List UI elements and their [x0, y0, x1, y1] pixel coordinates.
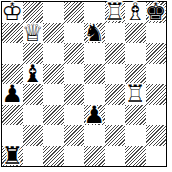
square-d3[interactable] — [64, 105, 85, 126]
square-f6[interactable] — [105, 43, 126, 64]
square-a7[interactable] — [2, 23, 23, 44]
square-c2[interactable] — [43, 125, 64, 146]
queen-glyph: ♕ — [23, 23, 44, 44]
square-a3[interactable] — [2, 105, 23, 126]
square-f3[interactable] — [105, 105, 126, 126]
chess-board: ♚♔♜♖♝♗♚♚♛♕♞♞♝♝♟♟♜♖♟♟♜♜ — [1, 1, 167, 167]
rook-glyph-halo: ♜ — [105, 2, 126, 23]
square-b6[interactable] — [23, 43, 44, 64]
square-d8[interactable] — [64, 2, 85, 23]
square-g5[interactable] — [125, 64, 146, 85]
square-g6[interactable] — [125, 43, 146, 64]
pawn-glyph-halo: ♟ — [84, 105, 105, 126]
bishop-glyph-halo: ♝ — [125, 2, 146, 23]
piece-black-bishop[interactable]: ♝♝ — [23, 64, 44, 85]
square-c5[interactable] — [43, 64, 64, 85]
king-glyph: ♚ — [146, 2, 167, 23]
square-h2[interactable] — [146, 125, 167, 146]
rook-glyph-halo: ♜ — [2, 146, 23, 167]
square-c6[interactable] — [43, 43, 64, 64]
square-a6[interactable] — [2, 43, 23, 64]
square-c8[interactable] — [43, 2, 64, 23]
square-g1[interactable] — [125, 146, 146, 167]
piece-white-rook[interactable]: ♜♖ — [125, 84, 146, 105]
square-e4[interactable] — [84, 84, 105, 105]
square-d7[interactable] — [64, 23, 85, 44]
square-a4[interactable]: ♟♟ — [2, 84, 23, 105]
pawn-glyph-halo: ♟ — [2, 84, 23, 105]
square-b2[interactable] — [23, 125, 44, 146]
piece-white-bishop[interactable]: ♝♗ — [125, 2, 146, 23]
square-b3[interactable] — [23, 105, 44, 126]
square-d6[interactable] — [64, 43, 85, 64]
king-glyph: ♔ — [2, 2, 23, 23]
square-g7[interactable] — [125, 23, 146, 44]
square-h5[interactable] — [146, 64, 167, 85]
square-a5[interactable] — [2, 64, 23, 85]
square-f7[interactable] — [105, 23, 126, 44]
bishop-glyph: ♝ — [23, 64, 44, 85]
square-h3[interactable] — [146, 105, 167, 126]
square-f1[interactable] — [105, 146, 126, 167]
square-a8[interactable]: ♚♔ — [2, 2, 23, 23]
piece-black-pawn[interactable]: ♟♟ — [2, 84, 23, 105]
square-h4[interactable] — [146, 84, 167, 105]
piece-black-pawn[interactable]: ♟♟ — [84, 105, 105, 126]
square-e6[interactable] — [84, 43, 105, 64]
piece-white-rook[interactable]: ♜♖ — [105, 2, 126, 23]
king-glyph-halo: ♚ — [2, 2, 23, 23]
rook-glyph: ♖ — [105, 2, 126, 23]
square-g3[interactable] — [125, 105, 146, 126]
square-d5[interactable] — [64, 64, 85, 85]
square-a1[interactable]: ♜♜ — [2, 146, 23, 167]
square-c1[interactable] — [43, 146, 64, 167]
rook-glyph: ♜ — [2, 146, 23, 167]
square-c3[interactable] — [43, 105, 64, 126]
queen-glyph-halo: ♛ — [23, 23, 44, 44]
rook-glyph-halo: ♜ — [125, 84, 146, 105]
rook-glyph: ♖ — [125, 84, 146, 105]
square-e3[interactable]: ♟♟ — [84, 105, 105, 126]
knight-glyph-halo: ♞ — [84, 23, 105, 44]
square-a2[interactable] — [2, 125, 23, 146]
square-e2[interactable] — [84, 125, 105, 146]
square-d1[interactable] — [64, 146, 85, 167]
square-c7[interactable] — [43, 23, 64, 44]
square-e7[interactable]: ♞♞ — [84, 23, 105, 44]
knight-glyph: ♞ — [84, 23, 105, 44]
square-d2[interactable] — [64, 125, 85, 146]
pawn-glyph: ♟ — [2, 84, 23, 105]
square-h6[interactable] — [146, 43, 167, 64]
pawn-glyph: ♟ — [84, 105, 105, 126]
piece-white-king[interactable]: ♚♔ — [2, 2, 23, 23]
square-f8[interactable]: ♜♖ — [105, 2, 126, 23]
square-h7[interactable] — [146, 23, 167, 44]
square-e1[interactable] — [84, 146, 105, 167]
square-g2[interactable] — [125, 125, 146, 146]
king-glyph-halo: ♚ — [146, 2, 167, 23]
square-h1[interactable] — [146, 146, 167, 167]
square-b8[interactable] — [23, 2, 44, 23]
square-b4[interactable] — [23, 84, 44, 105]
piece-black-knight[interactable]: ♞♞ — [84, 23, 105, 44]
square-f2[interactable] — [105, 125, 126, 146]
square-d4[interactable] — [64, 84, 85, 105]
piece-black-rook[interactable]: ♜♜ — [2, 146, 23, 167]
square-c4[interactable] — [43, 84, 64, 105]
square-f5[interactable] — [105, 64, 126, 85]
square-b7[interactable]: ♛♕ — [23, 23, 44, 44]
square-e5[interactable] — [84, 64, 105, 85]
square-b5[interactable]: ♝♝ — [23, 64, 44, 85]
bishop-glyph-halo: ♝ — [23, 64, 44, 85]
square-b1[interactable] — [23, 146, 44, 167]
bishop-glyph: ♗ — [125, 2, 146, 23]
square-h8[interactable]: ♚♚ — [146, 2, 167, 23]
square-g4[interactable]: ♜♖ — [125, 84, 146, 105]
piece-black-king[interactable]: ♚♚ — [146, 2, 167, 23]
square-g8[interactable]: ♝♗ — [125, 2, 146, 23]
square-f4[interactable] — [105, 84, 126, 105]
square-e8[interactable] — [84, 2, 105, 23]
piece-white-queen[interactable]: ♛♕ — [23, 23, 44, 44]
